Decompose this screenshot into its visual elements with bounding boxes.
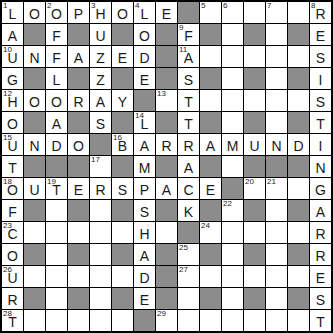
block-cell-r12c6 xyxy=(112,244,133,265)
block-cell-r9c11 xyxy=(222,178,243,199)
block-cell-r6c10 xyxy=(200,112,221,133)
cell-r7c9[interactable]: R xyxy=(178,134,199,155)
cell-r6c1[interactable]: O xyxy=(2,112,23,133)
cell-r6c7[interactable]: 14L xyxy=(134,112,155,133)
cell-r7c13[interactable]: N xyxy=(266,134,287,155)
cell-r4c11[interactable] xyxy=(222,68,243,89)
cell-letter-r6c3: A xyxy=(52,116,61,133)
cell-r5c13[interactable] xyxy=(266,90,287,111)
cell-r11c6[interactable] xyxy=(112,222,133,243)
cell-r7c3[interactable]: D xyxy=(46,134,67,155)
cell-r4c7[interactable]: E xyxy=(134,68,155,89)
cell-letter-r1c4: P xyxy=(74,6,83,23)
cell-letter-r14c15: S xyxy=(316,292,325,309)
cell-r11c13[interactable] xyxy=(266,222,287,243)
cell-letter-r12c15: R xyxy=(315,248,325,265)
block-cell-r6c6 xyxy=(112,112,133,133)
cell-r7c11[interactable]: M xyxy=(222,134,243,155)
cell-letter-r13c15: E xyxy=(316,270,325,287)
clue-number-2: 2 xyxy=(47,2,51,10)
crossword-grid: 1LO2OP3HO4LE5678RAFUO9FE10UNFAZED11ASGLZ… xyxy=(0,0,333,333)
cell-r14c3[interactable] xyxy=(46,288,67,309)
cell-r14c1[interactable]: R xyxy=(2,288,23,309)
cell-r5c4[interactable]: R xyxy=(68,90,89,111)
cell-letter-r2c3: F xyxy=(52,28,61,45)
cell-letter-r4c5: Z xyxy=(96,72,105,89)
cell-r12c7[interactable]: A xyxy=(134,244,155,265)
block-cell-r12c12 xyxy=(244,244,265,265)
cell-r3c7[interactable]: D xyxy=(134,46,155,67)
clue-number-12: 12 xyxy=(3,90,12,98)
cell-r9c4[interactable]: E xyxy=(68,178,89,199)
cell-r1c2[interactable]: O xyxy=(24,2,45,23)
cell-r15c14[interactable] xyxy=(288,310,309,331)
cell-r1c11[interactable]: 6 xyxy=(222,2,243,23)
block-cell-r2c6 xyxy=(112,24,133,45)
cell-r10c13[interactable] xyxy=(266,200,287,221)
cell-r13c7[interactable]: D xyxy=(134,266,155,287)
block-cell-r2c2 xyxy=(24,24,45,45)
cell-r2c9[interactable]: 9F xyxy=(178,24,199,45)
cell-r4c1[interactable]: G xyxy=(2,68,23,89)
block-cell-r6c8 xyxy=(156,112,177,133)
cell-letter-r1c1: L xyxy=(9,6,17,23)
cell-r5c1[interactable]: 12H xyxy=(2,90,23,111)
cell-r10c9[interactable]: K xyxy=(178,200,199,221)
cell-r7c15[interactable]: I xyxy=(310,134,331,155)
cell-r11c5[interactable] xyxy=(90,222,111,243)
block-cell-r14c8 xyxy=(156,288,177,309)
clue-number-7: 7 xyxy=(267,2,271,10)
cell-r10c5[interactable] xyxy=(90,200,111,221)
cell-r15c4[interactable] xyxy=(68,310,89,331)
cell-r3c6[interactable]: E xyxy=(112,46,133,67)
clue-number-16: 16 xyxy=(113,134,122,142)
cell-r4c5[interactable]: Z xyxy=(90,68,111,89)
cell-r9c1[interactable]: 18O xyxy=(2,178,23,199)
cell-r13c5[interactable] xyxy=(90,266,111,287)
block-cell-r4c14 xyxy=(288,68,309,89)
cell-r5c3[interactable]: O xyxy=(46,90,67,111)
cell-r2c1[interactable]: A xyxy=(2,24,23,45)
cell-letter-r6c5: S xyxy=(96,116,105,133)
cell-r7c1[interactable]: 15U xyxy=(2,134,23,155)
cell-r10c1[interactable]: F xyxy=(2,200,23,221)
cell-letter-r7c7: A xyxy=(140,138,149,155)
clue-number-4: 4 xyxy=(135,2,139,10)
cell-letter-r10c9: K xyxy=(184,204,193,221)
cell-r15c11[interactable] xyxy=(222,310,243,331)
cell-letter-r10c15: A xyxy=(316,204,325,221)
cell-letter-r15c15: T xyxy=(316,314,325,331)
cell-r7c4[interactable]: O xyxy=(68,134,89,155)
cell-letter-r3c3: F xyxy=(52,50,61,67)
cell-r9c9[interactable]: C xyxy=(178,178,199,199)
block-cell-r10c6 xyxy=(112,200,133,221)
clue-number-6: 6 xyxy=(223,2,227,10)
cell-r11c14[interactable] xyxy=(288,222,309,243)
cell-r15c3[interactable] xyxy=(46,310,67,331)
cell-r12c3[interactable] xyxy=(46,244,67,265)
cell-letter-r7c2: N xyxy=(29,138,39,155)
cell-r11c15[interactable]: R xyxy=(310,222,331,243)
cell-letter-r3c5: Z xyxy=(96,50,105,67)
cell-r7c6[interactable]: 16B xyxy=(112,134,133,155)
cell-r15c1[interactable]: 28T xyxy=(2,310,23,331)
cell-letter-r8c15: N xyxy=(315,160,325,177)
cell-r14c5[interactable] xyxy=(90,288,111,309)
cell-r3c1[interactable]: 10U xyxy=(2,46,23,67)
cell-r6c11[interactable] xyxy=(222,112,243,133)
cell-letter-r13c7: D xyxy=(139,270,149,287)
cell-letter-r3c6: E xyxy=(118,50,127,67)
cell-r2c5[interactable]: U xyxy=(90,24,111,45)
cell-r6c15[interactable]: T xyxy=(310,112,331,133)
cell-r15c15[interactable]: T xyxy=(310,310,331,331)
clue-number-20: 20 xyxy=(245,178,254,186)
cell-r9c13[interactable]: 21 xyxy=(266,178,287,199)
cell-letter-r5c3: O xyxy=(51,94,62,111)
cell-r7c7[interactable]: A xyxy=(134,134,155,155)
cell-letter-r7c13: N xyxy=(271,138,281,155)
cell-r11c7[interactable]: H xyxy=(134,222,155,243)
cell-r5c11[interactable] xyxy=(222,90,243,111)
cell-letter-r1c8: E xyxy=(162,6,171,23)
clue-number-14: 14 xyxy=(135,112,144,120)
cell-r1c1[interactable]: 1L xyxy=(2,2,23,23)
cell-r9c6[interactable]: S xyxy=(112,178,133,199)
cell-r12c11[interactable] xyxy=(222,244,243,265)
cell-letter-r1c2: O xyxy=(29,6,40,23)
cell-r7c12[interactable]: U xyxy=(244,134,265,155)
cell-r12c15[interactable]: R xyxy=(310,244,331,265)
cell-r2c15[interactable]: E xyxy=(310,24,331,45)
cell-letter-r7c4: O xyxy=(73,138,84,155)
cell-letter-r7c11: M xyxy=(227,138,239,155)
cell-r14c13[interactable] xyxy=(266,288,287,309)
block-cell-r8c4 xyxy=(68,156,89,177)
cell-r9c3[interactable]: 19T xyxy=(46,178,67,199)
block-cell-r10c10 xyxy=(200,200,221,221)
cell-letter-r9c10: E xyxy=(206,182,215,199)
cell-r5c2[interactable]: O xyxy=(24,90,45,111)
cell-r6c13[interactable] xyxy=(266,112,287,133)
cell-r9c2[interactable]: U xyxy=(24,178,45,199)
cell-r14c7[interactable]: E xyxy=(134,288,155,309)
clue-number-9: 9 xyxy=(179,24,183,32)
block-cell-r8c2 xyxy=(24,156,45,177)
cell-letter-r2c7: O xyxy=(139,28,150,45)
cell-letter-r7c15: I xyxy=(319,138,323,155)
cell-r5c9[interactable]: T xyxy=(178,90,199,111)
cell-letter-r7c8: R xyxy=(161,138,171,155)
cell-r11c4[interactable] xyxy=(68,222,89,243)
block-cell-r12c4 xyxy=(68,244,89,265)
cell-r15c13[interactable] xyxy=(266,310,287,331)
cell-r9c7[interactable]: P xyxy=(134,178,155,199)
cell-r15c6[interactable] xyxy=(112,310,133,331)
cell-letter-r9c7: P xyxy=(140,182,149,199)
clue-number-11: 11 xyxy=(179,46,187,54)
cell-letter-r8c7: M xyxy=(139,160,151,177)
cell-letter-r9c4: E xyxy=(74,182,83,199)
cell-r12c5[interactable] xyxy=(90,244,111,265)
cell-letter-r14c7: E xyxy=(140,292,149,309)
cell-letter-r1c3: O xyxy=(51,6,62,23)
cell-r1c5[interactable]: 3H xyxy=(90,2,111,23)
cell-letter-r5c4: R xyxy=(73,94,83,111)
block-cell-r11c9 xyxy=(178,222,199,243)
cell-r5c6[interactable]: Y xyxy=(112,90,133,111)
block-cell-r4c2 xyxy=(24,68,45,89)
cell-r13c1[interactable]: 26U xyxy=(2,266,23,287)
block-cell-r7c5 xyxy=(90,134,111,155)
cell-r13c4[interactable] xyxy=(68,266,89,287)
cell-r15c5[interactable] xyxy=(90,310,111,331)
cell-letter-r7c10: A xyxy=(206,138,215,155)
cell-r10c3[interactable] xyxy=(46,200,67,221)
cell-letter-r3c4: A xyxy=(74,50,83,67)
block-cell-r12c10 xyxy=(200,244,221,265)
cell-r8c5[interactable]: 17 xyxy=(90,156,111,177)
cell-r10c7[interactable]: S xyxy=(134,200,155,221)
block-cell-r14c14 xyxy=(288,288,309,309)
cell-r11c2[interactable] xyxy=(24,222,45,243)
cell-r13c6[interactable] xyxy=(112,266,133,287)
block-cell-r2c10 xyxy=(200,24,221,45)
cell-r4c9[interactable]: S xyxy=(178,68,199,89)
cell-r15c12[interactable] xyxy=(244,310,265,331)
cell-letter-r9c9: C xyxy=(183,182,193,199)
cell-letter-r14c1: R xyxy=(7,292,17,309)
block-cell-r10c2 xyxy=(24,200,45,221)
cell-letter-r3c2: N xyxy=(29,50,39,67)
cell-r5c10[interactable] xyxy=(200,90,221,111)
block-cell-r8c10 xyxy=(200,156,221,177)
block-cell-r13c8 xyxy=(156,266,177,287)
cell-r14c9[interactable] xyxy=(178,288,199,309)
cell-r11c10[interactable]: 24 xyxy=(200,222,221,243)
cell-r1c13[interactable]: 7 xyxy=(266,2,287,23)
cell-r6c3[interactable]: A xyxy=(46,112,67,133)
block-cell-r4c10 xyxy=(200,68,221,89)
block-cell-r8c6 xyxy=(112,156,133,177)
block-cell-r8c14 xyxy=(288,156,309,177)
cell-r9c14[interactable] xyxy=(288,178,309,199)
cell-r1c4[interactable]: P xyxy=(68,2,89,23)
cell-letter-r11c7: H xyxy=(139,226,149,243)
cell-r11c1[interactable]: 23C xyxy=(2,222,23,243)
cell-r12c9[interactable]: 25 xyxy=(178,244,199,265)
cell-r3c9[interactable]: 11A xyxy=(178,46,199,67)
clue-number-22: 22 xyxy=(223,200,232,208)
cell-r4c13[interactable] xyxy=(266,68,287,89)
cell-letter-r2c15: E xyxy=(316,28,325,45)
cell-letter-r6c9: T xyxy=(184,116,193,133)
cell-r1c7[interactable]: 4L xyxy=(134,2,155,23)
cell-r13c10[interactable] xyxy=(200,266,221,287)
cell-letter-r1c7: L xyxy=(141,6,149,23)
cell-r2c3[interactable]: F xyxy=(46,24,67,45)
cell-letter-r9c2: U xyxy=(29,182,39,199)
cell-r8c9[interactable]: A xyxy=(178,156,199,177)
cell-r3c12[interactable] xyxy=(244,46,265,67)
cell-r3c10[interactable] xyxy=(200,46,221,67)
cell-letter-r5c15: S xyxy=(316,94,325,111)
cell-r13c11[interactable] xyxy=(222,266,243,287)
cell-letter-r7c9: R xyxy=(183,138,193,155)
cell-r5c5[interactable]: A xyxy=(90,90,111,111)
cell-r7c2[interactable]: N xyxy=(24,134,45,155)
block-cell-r5c7 xyxy=(134,90,155,111)
cell-letter-r8c9: A xyxy=(184,160,193,177)
cell-letter-r9c15: G xyxy=(315,182,326,199)
cell-r8c15[interactable]: N xyxy=(310,156,331,177)
cell-r15c9[interactable] xyxy=(178,310,199,331)
cell-r9c10[interactable]: E xyxy=(200,178,221,199)
block-cell-r8c12 xyxy=(244,156,265,177)
cell-r1c3[interactable]: 2O xyxy=(46,2,67,23)
block-cell-r10c12 xyxy=(244,200,265,221)
clue-number-28: 28 xyxy=(3,310,12,318)
cell-letter-r10c1: F xyxy=(8,204,17,221)
clue-number-25: 25 xyxy=(179,244,188,252)
block-cell-r4c6 xyxy=(112,68,133,89)
cell-r3c4[interactable]: A xyxy=(68,46,89,67)
cell-letter-r4c1: G xyxy=(7,72,18,89)
cell-r1c10[interactable]: 5 xyxy=(200,2,221,23)
cell-letter-r4c3: L xyxy=(53,72,61,89)
block-cell-r14c4 xyxy=(68,288,89,309)
clue-number-10: 10 xyxy=(3,46,12,54)
block-cell-r12c8 xyxy=(156,244,177,265)
cell-r2c13[interactable] xyxy=(266,24,287,45)
cell-letter-r4c9: S xyxy=(184,72,193,89)
cell-r5c14[interactable] xyxy=(288,90,309,111)
clue-number-23: 23 xyxy=(3,222,12,230)
cell-letter-r2c9: F xyxy=(184,28,193,45)
cell-r7c8[interactable]: R xyxy=(156,134,177,155)
cell-letter-r6c15: T xyxy=(316,116,325,133)
cell-r14c11[interactable] xyxy=(222,288,243,309)
cell-r15c8[interactable]: 29 xyxy=(156,310,177,331)
block-cell-r12c14 xyxy=(288,244,309,265)
cell-r13c2[interactable] xyxy=(24,266,45,287)
block-cell-r8c3 xyxy=(46,156,67,177)
block-cell-r10c4 xyxy=(68,200,89,221)
cell-r8c7[interactable]: M xyxy=(134,156,155,177)
cell-r7c14[interactable]: D xyxy=(288,134,309,155)
cell-r1c12[interactable] xyxy=(244,2,265,23)
cell-r1c6[interactable]: O xyxy=(112,2,133,23)
cell-r12c1[interactable]: O xyxy=(2,244,23,265)
cell-r11c12[interactable] xyxy=(244,222,265,243)
block-cell-r4c4 xyxy=(68,68,89,89)
cell-r3c2[interactable]: N xyxy=(24,46,45,67)
cell-letter-r1c15: R xyxy=(315,6,325,23)
cell-r1c14[interactable] xyxy=(288,2,309,23)
cell-letter-r7c12: U xyxy=(249,138,259,155)
cell-letter-r4c15: I xyxy=(319,72,323,89)
cell-r3c15[interactable]: S xyxy=(310,46,331,67)
cell-r11c8[interactable] xyxy=(156,222,177,243)
cell-r13c3[interactable] xyxy=(46,266,67,287)
cell-r2c11[interactable] xyxy=(222,24,243,45)
cell-r11c11[interactable] xyxy=(222,222,243,243)
clue-number-17: 17 xyxy=(91,156,100,164)
cell-letter-r6c1: O xyxy=(7,116,18,133)
cell-r6c5[interactable]: S xyxy=(90,112,111,133)
cell-r8c1[interactable]: T xyxy=(2,156,23,177)
cell-r8c11[interactable] xyxy=(222,156,243,177)
cell-r10c11[interactable]: 22 xyxy=(222,200,243,221)
cell-r5c12[interactable] xyxy=(244,90,265,111)
clue-number-27: 27 xyxy=(179,266,188,274)
cell-r6c9[interactable]: T xyxy=(178,112,199,133)
cell-r12c13[interactable] xyxy=(266,244,287,265)
cell-r4c3[interactable]: L xyxy=(46,68,67,89)
cell-r13c9[interactable]: 27 xyxy=(178,266,199,287)
cell-r15c2[interactable] xyxy=(24,310,45,331)
block-cell-r2c14 xyxy=(288,24,309,45)
cell-letter-r7c14: D xyxy=(293,138,303,155)
cell-r3c11[interactable] xyxy=(222,46,243,67)
cell-letter-r9c5: R xyxy=(95,182,105,199)
block-cell-r4c12 xyxy=(244,68,265,89)
block-cell-r6c14 xyxy=(288,112,309,133)
cell-r9c5[interactable]: R xyxy=(90,178,111,199)
cell-r1c8[interactable]: E xyxy=(156,2,177,23)
cell-r9c12[interactable]: 20 xyxy=(244,178,265,199)
cell-r13c12[interactable] xyxy=(244,266,265,287)
cell-r13c13[interactable] xyxy=(266,266,287,287)
cell-r11c3[interactable] xyxy=(46,222,67,243)
clue-number-8: 8 xyxy=(311,2,315,10)
cell-r9c8[interactable]: A xyxy=(156,178,177,199)
cell-letter-r1c6: O xyxy=(117,6,128,23)
cell-letter-r7c3: D xyxy=(51,138,61,155)
cell-r10c15[interactable]: A xyxy=(310,200,331,221)
clue-number-29: 29 xyxy=(157,310,166,318)
cell-r1c15[interactable]: 8R xyxy=(310,2,331,23)
cell-r3c5[interactable]: Z xyxy=(90,46,111,67)
cell-r9c15[interactable]: G xyxy=(310,178,331,199)
cell-r13c14[interactable] xyxy=(288,266,309,287)
block-cell-r2c4 xyxy=(68,24,89,45)
cell-letter-r5c2: O xyxy=(29,94,40,111)
cell-r3c3[interactable]: F xyxy=(46,46,67,67)
cell-r5c8[interactable]: 13 xyxy=(156,90,177,111)
cell-letter-r12c7: A xyxy=(140,248,149,265)
cell-letter-r1c5: H xyxy=(95,6,105,23)
cell-r2c7[interactable]: O xyxy=(134,24,155,45)
block-cell-r14c10 xyxy=(200,288,221,309)
clue-number-18: 18 xyxy=(3,178,12,186)
cell-r13c15[interactable]: E xyxy=(310,266,331,287)
cell-r4c15[interactable]: I xyxy=(310,68,331,89)
cell-r3c14[interactable] xyxy=(288,46,309,67)
cell-letter-r8c1: T xyxy=(8,160,17,177)
cell-letter-r2c1: A xyxy=(8,28,17,45)
cell-letter-r9c6: S xyxy=(118,182,127,199)
block-cell-r6c2 xyxy=(24,112,45,133)
cell-r14c15[interactable]: S xyxy=(310,288,331,309)
cell-r5c15[interactable]: S xyxy=(310,90,331,111)
cell-r15c10[interactable] xyxy=(200,310,221,331)
clue-number-21: 21 xyxy=(267,178,276,186)
cell-r7c10[interactable]: A xyxy=(200,134,221,155)
cell-r3c13[interactable] xyxy=(266,46,287,67)
